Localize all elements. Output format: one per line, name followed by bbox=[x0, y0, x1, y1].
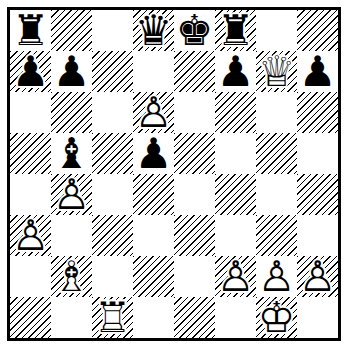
square-h2[interactable]: ♟♙ bbox=[297, 256, 338, 297]
piece-glyph: ♚ bbox=[174, 10, 215, 51]
piece-black-queen: ♛♛ bbox=[133, 10, 174, 51]
square-c3[interactable] bbox=[92, 215, 133, 256]
square-b7[interactable]: ♟♟ bbox=[51, 51, 92, 92]
square-f2[interactable]: ♟♙ bbox=[215, 256, 256, 297]
square-d7[interactable] bbox=[133, 51, 174, 92]
piece-glyph: ♟ bbox=[297, 51, 338, 92]
piece-black-pawn: ♟♟ bbox=[215, 51, 256, 92]
square-a8[interactable]: ♜♜ bbox=[10, 10, 51, 51]
piece-glyph: ♟ bbox=[10, 51, 51, 92]
piece-glyph: ♕ bbox=[256, 51, 297, 92]
square-a1[interactable] bbox=[10, 297, 51, 338]
piece-glyph: ♔ bbox=[256, 297, 297, 338]
piece-black-bishop: ♝♝ bbox=[51, 133, 92, 174]
square-g8[interactable] bbox=[256, 10, 297, 51]
chess-diagram: ♜♜♛♛♚♚♜♜♟♟♟♟♟♟♛♕♟♟♟♙♝♝♟♟♟♙♟♙♝♗♟♙♟♙♟♙♜♖♚♔ bbox=[0, 0, 350, 350]
piece-black-pawn: ♟♟ bbox=[297, 51, 338, 92]
piece-glyph: ♜ bbox=[10, 10, 51, 51]
square-d6[interactable]: ♟♙ bbox=[133, 92, 174, 133]
square-a3[interactable]: ♟♙ bbox=[10, 215, 51, 256]
square-a7[interactable]: ♟♟ bbox=[10, 51, 51, 92]
square-f4[interactable] bbox=[215, 174, 256, 215]
board-frame: ♜♜♛♛♚♚♜♜♟♟♟♟♟♟♛♕♟♟♟♙♝♝♟♟♟♙♟♙♝♗♟♙♟♙♟♙♜♖♚♔ bbox=[7, 7, 341, 341]
piece-white-rook: ♜♖ bbox=[92, 297, 133, 338]
piece-glyph: ♗ bbox=[51, 256, 92, 297]
square-h1[interactable] bbox=[297, 297, 338, 338]
piece-white-pawn: ♟♙ bbox=[297, 256, 338, 297]
square-e7[interactable] bbox=[174, 51, 215, 92]
square-b2[interactable]: ♝♗ bbox=[51, 256, 92, 297]
piece-white-pawn: ♟♙ bbox=[133, 92, 174, 133]
piece-glyph: ♟ bbox=[215, 51, 256, 92]
square-f3[interactable] bbox=[215, 215, 256, 256]
square-h4[interactable] bbox=[297, 174, 338, 215]
square-f1[interactable] bbox=[215, 297, 256, 338]
piece-white-queen: ♛♕ bbox=[256, 51, 297, 92]
piece-glyph: ♟ bbox=[133, 133, 174, 174]
square-g3[interactable] bbox=[256, 215, 297, 256]
square-b5[interactable]: ♝♝ bbox=[51, 133, 92, 174]
square-e3[interactable] bbox=[174, 215, 215, 256]
piece-glyph: ♙ bbox=[10, 215, 51, 256]
piece-glyph: ♜ bbox=[215, 10, 256, 51]
square-h7[interactable]: ♟♟ bbox=[297, 51, 338, 92]
square-e6[interactable] bbox=[174, 92, 215, 133]
square-g2[interactable]: ♟♙ bbox=[256, 256, 297, 297]
square-f8[interactable]: ♜♜ bbox=[215, 10, 256, 51]
square-h8[interactable] bbox=[297, 10, 338, 51]
piece-white-king: ♚♔ bbox=[256, 297, 297, 338]
square-a4[interactable] bbox=[10, 174, 51, 215]
square-d5[interactable]: ♟♟ bbox=[133, 133, 174, 174]
square-g5[interactable] bbox=[256, 133, 297, 174]
square-b3[interactable] bbox=[51, 215, 92, 256]
piece-glyph: ♛ bbox=[133, 10, 174, 51]
piece-black-pawn: ♟♟ bbox=[10, 51, 51, 92]
square-c2[interactable] bbox=[92, 256, 133, 297]
square-g4[interactable] bbox=[256, 174, 297, 215]
square-h5[interactable] bbox=[297, 133, 338, 174]
piece-glyph: ♖ bbox=[92, 297, 133, 338]
square-f5[interactable] bbox=[215, 133, 256, 174]
piece-black-rook: ♜♜ bbox=[10, 10, 51, 51]
square-e2[interactable] bbox=[174, 256, 215, 297]
square-e1[interactable] bbox=[174, 297, 215, 338]
square-c4[interactable] bbox=[92, 174, 133, 215]
piece-white-pawn: ♟♙ bbox=[215, 256, 256, 297]
piece-glyph: ♙ bbox=[256, 256, 297, 297]
square-d8[interactable]: ♛♛ bbox=[133, 10, 174, 51]
square-d2[interactable] bbox=[133, 256, 174, 297]
square-b6[interactable] bbox=[51, 92, 92, 133]
piece-black-king: ♚♚ bbox=[174, 10, 215, 51]
square-g6[interactable] bbox=[256, 92, 297, 133]
piece-glyph: ♙ bbox=[297, 256, 338, 297]
square-c8[interactable] bbox=[92, 10, 133, 51]
chess-board: ♜♜♛♛♚♚♜♜♟♟♟♟♟♟♛♕♟♟♟♙♝♝♟♟♟♙♟♙♝♗♟♙♟♙♟♙♜♖♚♔ bbox=[10, 10, 338, 338]
piece-glyph: ♝ bbox=[51, 133, 92, 174]
piece-black-pawn: ♟♟ bbox=[133, 133, 174, 174]
square-g7[interactable]: ♛♕ bbox=[256, 51, 297, 92]
piece-glyph: ♙ bbox=[51, 174, 92, 215]
square-c7[interactable] bbox=[92, 51, 133, 92]
square-e8[interactable]: ♚♚ bbox=[174, 10, 215, 51]
square-b4[interactable]: ♟♙ bbox=[51, 174, 92, 215]
piece-white-pawn: ♟♙ bbox=[10, 215, 51, 256]
square-a5[interactable] bbox=[10, 133, 51, 174]
square-a2[interactable] bbox=[10, 256, 51, 297]
piece-white-pawn: ♟♙ bbox=[256, 256, 297, 297]
piece-glyph: ♙ bbox=[133, 92, 174, 133]
square-c5[interactable] bbox=[92, 133, 133, 174]
square-b8[interactable] bbox=[51, 10, 92, 51]
square-h3[interactable] bbox=[297, 215, 338, 256]
piece-black-pawn: ♟♟ bbox=[51, 51, 92, 92]
square-d1[interactable] bbox=[133, 297, 174, 338]
square-e4[interactable] bbox=[174, 174, 215, 215]
square-c6[interactable] bbox=[92, 92, 133, 133]
square-a6[interactable] bbox=[10, 92, 51, 133]
square-c1[interactable]: ♜♖ bbox=[92, 297, 133, 338]
piece-glyph: ♙ bbox=[215, 256, 256, 297]
square-d3[interactable] bbox=[133, 215, 174, 256]
square-f7[interactable]: ♟♟ bbox=[215, 51, 256, 92]
piece-white-bishop: ♝♗ bbox=[51, 256, 92, 297]
square-h6[interactable] bbox=[297, 92, 338, 133]
piece-black-rook: ♜♜ bbox=[215, 10, 256, 51]
square-e5[interactable] bbox=[174, 133, 215, 174]
square-f6[interactable] bbox=[215, 92, 256, 133]
piece-glyph: ♟ bbox=[51, 51, 92, 92]
square-d4[interactable] bbox=[133, 174, 174, 215]
square-g1[interactable]: ♚♔ bbox=[256, 297, 297, 338]
piece-white-pawn: ♟♙ bbox=[51, 174, 92, 215]
square-b1[interactable] bbox=[51, 297, 92, 338]
